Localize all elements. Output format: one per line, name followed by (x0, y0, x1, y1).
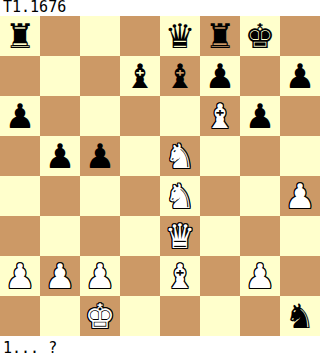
square-b8[interactable] (40, 16, 80, 56)
piece-black-bishop-d7[interactable]: ♝ (125, 56, 155, 96)
square-e5[interactable]: ♞ (160, 136, 200, 176)
square-f4[interactable] (200, 176, 240, 216)
square-g4[interactable] (240, 176, 280, 216)
piece-white-pawn-g2[interactable]: ♟ (245, 256, 275, 296)
piece-white-pawn-a2[interactable]: ♟ (5, 256, 35, 296)
square-h6[interactable] (280, 96, 320, 136)
piece-black-rook-a8[interactable]: ♜ (5, 16, 35, 56)
square-d1[interactable] (120, 296, 160, 336)
puzzle-title: T1.1676 (0, 0, 320, 16)
square-c7[interactable] (80, 56, 120, 96)
square-f8[interactable]: ♜ (200, 16, 240, 56)
square-a3[interactable] (0, 216, 40, 256)
square-g2[interactable]: ♟ (240, 256, 280, 296)
square-c5[interactable]: ♟ (80, 136, 120, 176)
square-g5[interactable] (240, 136, 280, 176)
square-g7[interactable] (240, 56, 280, 96)
piece-white-knight-e5[interactable]: ♞ (165, 136, 195, 176)
chess-board: ♜♛♜♚♝♝♟♟♟♝♟♟♟♞♞♟♛♟♟♟♝♟♚♞ (0, 16, 320, 336)
piece-white-pawn-h4[interactable]: ♟ (285, 176, 315, 216)
square-h7[interactable]: ♟ (280, 56, 320, 96)
piece-white-queen-e3[interactable]: ♛ (165, 216, 195, 256)
square-e7[interactable]: ♝ (160, 56, 200, 96)
piece-black-king-g8[interactable]: ♚ (245, 16, 275, 56)
piece-black-pawn-c5[interactable]: ♟ (85, 136, 115, 176)
square-f7[interactable]: ♟ (200, 56, 240, 96)
square-d6[interactable] (120, 96, 160, 136)
square-d5[interactable] (120, 136, 160, 176)
square-b7[interactable] (40, 56, 80, 96)
square-h5[interactable] (280, 136, 320, 176)
piece-white-pawn-c2[interactable]: ♟ (85, 256, 115, 296)
square-f6[interactable]: ♝ (200, 96, 240, 136)
square-g8[interactable]: ♚ (240, 16, 280, 56)
square-a1[interactable] (0, 296, 40, 336)
piece-white-bishop-f6[interactable]: ♝ (205, 96, 235, 136)
square-e6[interactable] (160, 96, 200, 136)
square-a6[interactable]: ♟ (0, 96, 40, 136)
piece-white-king-c1[interactable]: ♚ (85, 296, 115, 336)
square-f1[interactable] (200, 296, 240, 336)
square-h2[interactable] (280, 256, 320, 296)
piece-white-pawn-b2[interactable]: ♟ (45, 256, 75, 296)
square-f3[interactable] (200, 216, 240, 256)
piece-white-bishop-e2[interactable]: ♝ (165, 256, 195, 296)
piece-black-pawn-a6[interactable]: ♟ (5, 96, 35, 136)
square-c3[interactable] (80, 216, 120, 256)
square-d2[interactable] (120, 256, 160, 296)
piece-white-knight-e4[interactable]: ♞ (165, 176, 195, 216)
square-g1[interactable] (240, 296, 280, 336)
square-h1[interactable]: ♞ (280, 296, 320, 336)
square-b4[interactable] (40, 176, 80, 216)
square-d7[interactable]: ♝ (120, 56, 160, 96)
square-a7[interactable] (0, 56, 40, 96)
square-a2[interactable]: ♟ (0, 256, 40, 296)
square-g3[interactable] (240, 216, 280, 256)
square-d8[interactable] (120, 16, 160, 56)
square-e4[interactable]: ♞ (160, 176, 200, 216)
square-h4[interactable]: ♟ (280, 176, 320, 216)
square-f2[interactable] (200, 256, 240, 296)
square-c6[interactable] (80, 96, 120, 136)
square-e3[interactable]: ♛ (160, 216, 200, 256)
piece-black-queen-e8[interactable]: ♛ (165, 16, 195, 56)
square-g6[interactable]: ♟ (240, 96, 280, 136)
piece-black-pawn-f7[interactable]: ♟ (205, 56, 235, 96)
piece-black-rook-f8[interactable]: ♜ (205, 16, 235, 56)
square-b1[interactable] (40, 296, 80, 336)
square-a5[interactable] (0, 136, 40, 176)
square-h3[interactable] (280, 216, 320, 256)
square-b3[interactable] (40, 216, 80, 256)
piece-black-pawn-h7[interactable]: ♟ (285, 56, 315, 96)
square-f5[interactable] (200, 136, 240, 176)
square-e2[interactable]: ♝ (160, 256, 200, 296)
move-prompt: 1... ? (0, 336, 320, 360)
square-e1[interactable] (160, 296, 200, 336)
square-d3[interactable] (120, 216, 160, 256)
square-b2[interactable]: ♟ (40, 256, 80, 296)
square-h8[interactable] (280, 16, 320, 56)
square-c2[interactable]: ♟ (80, 256, 120, 296)
square-d4[interactable] (120, 176, 160, 216)
square-c8[interactable] (80, 16, 120, 56)
piece-black-knight-h1[interactable]: ♞ (285, 296, 315, 336)
square-a4[interactable] (0, 176, 40, 216)
square-c1[interactable]: ♚ (80, 296, 120, 336)
square-c4[interactable] (80, 176, 120, 216)
piece-black-bishop-e7[interactable]: ♝ (165, 56, 195, 96)
square-b6[interactable] (40, 96, 80, 136)
piece-black-pawn-g6[interactable]: ♟ (245, 96, 275, 136)
square-e8[interactable]: ♛ (160, 16, 200, 56)
piece-black-pawn-b5[interactable]: ♟ (45, 136, 75, 176)
square-a8[interactable]: ♜ (0, 16, 40, 56)
square-b5[interactable]: ♟ (40, 136, 80, 176)
